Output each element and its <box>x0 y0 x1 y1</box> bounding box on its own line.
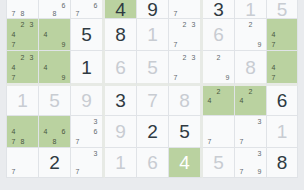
cell-r5c3[interactable]: 5 <box>71 19 105 51</box>
cell-r6c5[interactable]: 5 <box>137 51 169 86</box>
cell-r4c6[interactable]: 7 <box>169 0 203 19</box>
cell-r5c4[interactable]: 8 <box>105 19 137 51</box>
cell-value: 6 <box>213 25 224 44</box>
cell-r5c7[interactable]: 6 <box>203 19 235 51</box>
pencil-marks: 47 <box>269 52 295 82</box>
page-background: 7868674973152347495812376294723474916523… <box>0 0 304 190</box>
pencil-marks: 29 <box>237 20 264 49</box>
cell-value: 1 <box>81 58 92 77</box>
cell-value: 1 <box>115 153 126 172</box>
cell-r8c6[interactable]: 5 <box>169 116 203 148</box>
cell-r8c9[interactable]: 1 <box>267 116 298 148</box>
cell-value: 6 <box>147 153 158 172</box>
pencil-marks: 237 <box>171 52 198 82</box>
cell-r7c8[interactable]: 24 <box>235 86 267 116</box>
cell-r7c2[interactable]: 5 <box>39 86 71 116</box>
cell-value: 7 <box>147 91 158 110</box>
cell-r4c9[interactable]: 5 <box>267 0 298 19</box>
cell-r9c5[interactable]: 6 <box>137 148 169 178</box>
cell-value: 8 <box>179 91 190 110</box>
cell-r4c4[interactable]: 4 <box>105 0 137 19</box>
cell-value: 6 <box>277 91 288 110</box>
cell-value: 8 <box>245 58 256 77</box>
cell-r4c1[interactable]: 78 <box>6 0 39 19</box>
pencil-marks: 67 <box>73 1 100 17</box>
cell-r7c4[interactable]: 3 <box>105 86 137 116</box>
cell-r9c6[interactable]: 4 <box>169 148 203 178</box>
cell-value: 5 <box>277 0 288 19</box>
cell-r4c3[interactable]: 67 <box>71 0 105 19</box>
cell-value: 2 <box>49 153 60 172</box>
pencil-marks: 237 <box>171 20 198 49</box>
cell-r5c5[interactable]: 1 <box>137 19 169 51</box>
cell-r4c7[interactable]: 3 <box>203 0 235 19</box>
cell-r5c2[interactable]: 49 <box>39 19 71 51</box>
cell-r4c2[interactable]: 68 <box>39 0 71 19</box>
cell-r9c2[interactable]: 2 <box>39 148 71 178</box>
pencil-marks: 29 <box>205 52 232 82</box>
cell-value: 8 <box>277 153 288 172</box>
cell-value: 4 <box>179 153 190 172</box>
cell-value: 5 <box>147 58 158 77</box>
cell-value: 9 <box>115 122 126 141</box>
cell-r8c7[interactable]: 7 <box>203 116 235 148</box>
cell-r7c5[interactable]: 7 <box>137 86 169 116</box>
pencil-marks: 49 <box>41 52 68 82</box>
pencil-marks: 478 <box>9 117 36 146</box>
cell-r8c4[interactable]: 9 <box>105 116 137 148</box>
cell-value: 1 <box>277 122 288 141</box>
cell-r8c1[interactable]: 478 <box>6 116 39 148</box>
cell-r9c1[interactable]: 7 <box>6 148 39 178</box>
cell-value: 5 <box>49 91 60 110</box>
cell-r6c7[interactable]: 29 <box>203 51 235 86</box>
pencil-marks: 2347 <box>9 20 36 49</box>
pencil-marks: 7 <box>171 1 198 17</box>
pencil-marks: 78 <box>9 1 36 17</box>
cell-value: 1 <box>147 25 158 44</box>
cell-r6c6[interactable]: 237 <box>169 51 203 86</box>
pencil-marks: 7 <box>205 117 232 146</box>
cell-r6c3[interactable]: 1 <box>71 51 105 86</box>
cell-r5c1[interactable]: 2347 <box>6 19 39 51</box>
cell-value: 5 <box>179 122 190 141</box>
cell-value: 3 <box>213 0 224 19</box>
cell-value: 1 <box>17 91 28 110</box>
pencil-marks: 2347 <box>9 52 36 82</box>
pencil-marks: 7 <box>9 149 36 176</box>
cell-r5c8[interactable]: 29 <box>235 19 267 51</box>
pencil-marks: 379 <box>237 149 264 176</box>
cell-r6c2[interactable]: 49 <box>39 51 71 86</box>
pencil-marks: 367 <box>73 117 100 146</box>
cell-value: 1 <box>245 0 256 19</box>
cell-r9c3[interactable]: 37 <box>71 148 105 178</box>
cell-r9c4[interactable]: 1 <box>105 148 137 178</box>
cell-value: 3 <box>115 91 126 110</box>
cell-r5c6[interactable]: 237 <box>169 19 203 51</box>
cell-r6c1[interactable]: 2347 <box>6 51 39 86</box>
cell-r7c1[interactable]: 1 <box>6 86 39 116</box>
cell-value: 9 <box>147 0 158 19</box>
cell-value: 8 <box>115 25 126 44</box>
pencil-marks: 37 <box>237 117 264 146</box>
cell-r9c9[interactable]: 8 <box>267 148 298 178</box>
cell-value: 4 <box>115 0 126 19</box>
pencil-marks: 68 <box>41 1 68 17</box>
cell-value: 5 <box>81 25 92 44</box>
cell-r6c4[interactable]: 6 <box>105 51 137 86</box>
cell-r5c9[interactable]: 47 <box>267 19 298 51</box>
pencil-marks: 24 <box>237 87 264 114</box>
pencil-marks: 24 <box>205 87 232 114</box>
cell-r4c5[interactable]: 9 <box>137 0 169 19</box>
cell-value: 9 <box>81 91 92 110</box>
cell-r9c7[interactable]: 5 <box>203 148 235 178</box>
cell-r6c8[interactable]: 8 <box>235 51 267 86</box>
cell-value: 2 <box>147 122 158 141</box>
pencil-marks: 47 <box>269 20 295 49</box>
cell-r7c3[interactable]: 9 <box>71 86 105 116</box>
cell-r9c8[interactable]: 379 <box>235 148 267 178</box>
sudoku-board: 7868674973152347495812376294723474916523… <box>6 0 298 178</box>
cell-r8c5[interactable]: 2 <box>137 116 169 148</box>
cell-r7c9[interactable]: 6 <box>267 86 298 116</box>
cell-r7c7[interactable]: 24 <box>203 86 235 116</box>
cell-r6c9[interactable]: 47 <box>267 51 298 86</box>
cell-r8c3[interactable]: 367 <box>71 116 105 148</box>
pencil-marks: 468 <box>41 117 68 146</box>
cell-r8c8[interactable]: 37 <box>235 116 267 148</box>
pencil-marks: 49 <box>41 20 68 49</box>
cell-value: 6 <box>115 58 126 77</box>
cell-value: 5 <box>213 153 224 172</box>
cell-r8c2[interactable]: 468 <box>39 116 71 148</box>
pencil-marks: 37 <box>73 149 100 176</box>
cell-r7c6[interactable]: 8 <box>169 86 203 116</box>
cell-r4c8[interactable]: 1 <box>235 0 267 19</box>
